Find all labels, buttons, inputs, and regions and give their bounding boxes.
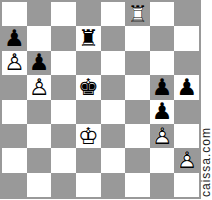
white-pawn-outline-icon: ♙	[2, 51, 27, 75]
square-b7	[27, 26, 52, 50]
square-e3	[101, 124, 126, 148]
square-e4	[101, 100, 126, 124]
white-rook-outline-icon: ♖	[125, 2, 150, 26]
square-g8	[150, 2, 175, 26]
white-pawn-outline-icon: ♙	[27, 75, 52, 99]
square-a3	[2, 124, 27, 148]
square-h6	[174, 51, 199, 75]
square-g3: ♟♙	[150, 124, 175, 148]
black-rook-icon: ♜	[76, 26, 101, 50]
square-e8	[101, 2, 126, 26]
square-d5: ♚	[76, 75, 101, 99]
black-pawn-icon: ♟	[174, 75, 199, 99]
square-c3	[51, 124, 76, 148]
square-d8	[76, 2, 101, 26]
square-a6: ♟♙	[2, 51, 27, 75]
square-d2	[76, 148, 101, 172]
square-c8	[51, 2, 76, 26]
square-h4	[174, 100, 199, 124]
square-a1	[2, 173, 27, 197]
square-b2	[27, 148, 52, 172]
square-d6	[76, 51, 101, 75]
chess-board: ♜♖♟♜♟♙♟♟♙♚♟♟♟♚♔♟♙♟♙	[0, 0, 201, 199]
white-king-icon: ♚	[76, 124, 101, 148]
square-f3	[125, 124, 150, 148]
black-pawn-icon: ♟	[150, 75, 175, 99]
black-pawn-icon: ♟	[27, 51, 52, 75]
square-e6	[101, 51, 126, 75]
square-b8	[27, 2, 52, 26]
square-b4	[27, 100, 52, 124]
square-g6	[150, 51, 175, 75]
square-c4	[51, 100, 76, 124]
square-g4: ♟	[150, 100, 175, 124]
square-c1	[51, 173, 76, 197]
white-king-outline-icon: ♔	[76, 124, 101, 148]
white-pawn-outline-icon: ♙	[174, 148, 199, 172]
chess-diagram: ♜♖♟♜♟♙♟♟♙♚♟♟♟♚♔♟♙♟♙ caissa.com	[0, 0, 212, 200]
white-rook-icon: ♜	[125, 2, 150, 26]
square-a8	[2, 2, 27, 26]
square-b6: ♟	[27, 51, 52, 75]
square-h7	[174, 26, 199, 50]
square-c2	[51, 148, 76, 172]
square-g2	[150, 148, 175, 172]
square-d1	[76, 173, 101, 197]
square-g7	[150, 26, 175, 50]
square-e2	[101, 148, 126, 172]
square-d7: ♜	[76, 26, 101, 50]
square-e1	[101, 173, 126, 197]
square-h5: ♟	[174, 75, 199, 99]
square-f4	[125, 100, 150, 124]
square-h1	[174, 173, 199, 197]
square-g5: ♟	[150, 75, 175, 99]
black-pawn-icon: ♟	[2, 26, 27, 50]
square-f1	[125, 173, 150, 197]
square-d4	[76, 100, 101, 124]
square-h8	[174, 2, 199, 26]
square-b5: ♟♙	[27, 75, 52, 99]
square-g1	[150, 173, 175, 197]
square-d3: ♚♔	[76, 124, 101, 148]
white-pawn-icon: ♟	[150, 124, 175, 148]
square-f6	[125, 51, 150, 75]
square-e7	[101, 26, 126, 50]
square-a4	[2, 100, 27, 124]
watermark-text: caissa.com	[199, 127, 212, 197]
white-pawn-icon: ♟	[2, 51, 27, 75]
square-f5	[125, 75, 150, 99]
square-f7	[125, 26, 150, 50]
white-pawn-outline-icon: ♙	[150, 124, 175, 148]
square-h2: ♟♙	[174, 148, 199, 172]
square-f8: ♜♖	[125, 2, 150, 26]
white-pawn-icon: ♟	[174, 148, 199, 172]
square-b3	[27, 124, 52, 148]
square-c5	[51, 75, 76, 99]
square-f2	[125, 148, 150, 172]
watermark: caissa.com	[200, 0, 212, 197]
square-h3	[174, 124, 199, 148]
white-pawn-icon: ♟	[27, 75, 52, 99]
square-a7: ♟	[2, 26, 27, 50]
black-king-icon: ♚	[76, 75, 101, 99]
square-b1	[27, 173, 52, 197]
square-a5	[2, 75, 27, 99]
square-a2	[2, 148, 27, 172]
black-pawn-icon: ♟	[150, 100, 175, 124]
square-c6	[51, 51, 76, 75]
square-e5	[101, 75, 126, 99]
square-c7	[51, 26, 76, 50]
